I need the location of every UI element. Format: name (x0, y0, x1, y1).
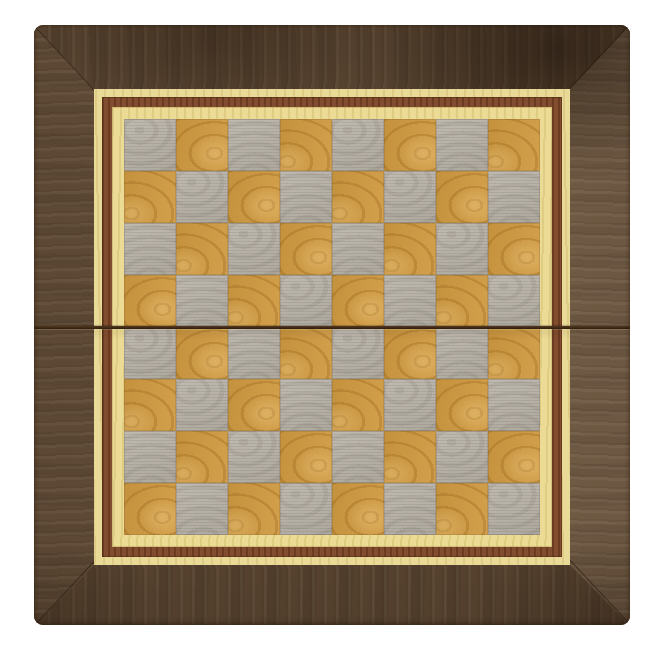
square-f5[interactable] (384, 275, 436, 327)
square-a4[interactable] (124, 327, 176, 379)
square-f3[interactable] (384, 379, 436, 431)
square-b1[interactable] (176, 483, 228, 535)
square-f2[interactable] (384, 431, 436, 483)
square-a1[interactable] (124, 483, 176, 535)
square-a6[interactable] (124, 223, 176, 275)
square-h2[interactable] (488, 431, 540, 483)
square-e6[interactable] (332, 223, 384, 275)
square-f8[interactable] (384, 119, 436, 171)
square-b5[interactable] (176, 275, 228, 327)
square-f1[interactable] (384, 483, 436, 535)
square-c6[interactable] (228, 223, 280, 275)
square-h8[interactable] (488, 119, 540, 171)
square-a8[interactable] (124, 119, 176, 171)
square-e2[interactable] (332, 431, 384, 483)
square-c3[interactable] (228, 379, 280, 431)
square-h6[interactable] (488, 223, 540, 275)
square-h7[interactable] (488, 171, 540, 223)
square-g8[interactable] (436, 119, 488, 171)
square-b7[interactable] (176, 171, 228, 223)
square-d8[interactable] (280, 119, 332, 171)
square-e5[interactable] (332, 275, 384, 327)
square-e3[interactable] (332, 379, 384, 431)
square-b3[interactable] (176, 379, 228, 431)
square-g5[interactable] (436, 275, 488, 327)
square-c2[interactable] (228, 431, 280, 483)
square-d2[interactable] (280, 431, 332, 483)
square-d5[interactable] (280, 275, 332, 327)
square-a5[interactable] (124, 275, 176, 327)
square-e4[interactable] (332, 327, 384, 379)
square-b2[interactable] (176, 431, 228, 483)
square-h4[interactable] (488, 327, 540, 379)
square-c1[interactable] (228, 483, 280, 535)
chess-board (34, 25, 630, 625)
square-d3[interactable] (280, 379, 332, 431)
square-f4[interactable] (384, 327, 436, 379)
square-g2[interactable] (436, 431, 488, 483)
square-c7[interactable] (228, 171, 280, 223)
square-a3[interactable] (124, 379, 176, 431)
square-d6[interactable] (280, 223, 332, 275)
product-photo-background (0, 0, 658, 658)
hinge-fold-seam (34, 326, 630, 329)
square-e1[interactable] (332, 483, 384, 535)
square-d4[interactable] (280, 327, 332, 379)
square-f7[interactable] (384, 171, 436, 223)
square-a2[interactable] (124, 431, 176, 483)
square-b4[interactable] (176, 327, 228, 379)
square-h5[interactable] (488, 275, 540, 327)
square-e8[interactable] (332, 119, 384, 171)
square-d1[interactable] (280, 483, 332, 535)
square-f6[interactable] (384, 223, 436, 275)
square-a7[interactable] (124, 171, 176, 223)
square-g4[interactable] (436, 327, 488, 379)
square-b6[interactable] (176, 223, 228, 275)
square-g6[interactable] (436, 223, 488, 275)
square-g1[interactable] (436, 483, 488, 535)
square-d7[interactable] (280, 171, 332, 223)
square-h1[interactable] (488, 483, 540, 535)
square-h3[interactable] (488, 379, 540, 431)
square-e7[interactable] (332, 171, 384, 223)
square-c4[interactable] (228, 327, 280, 379)
square-c8[interactable] (228, 119, 280, 171)
square-g7[interactable] (436, 171, 488, 223)
square-g3[interactable] (436, 379, 488, 431)
square-b8[interactable] (176, 119, 228, 171)
square-c5[interactable] (228, 275, 280, 327)
